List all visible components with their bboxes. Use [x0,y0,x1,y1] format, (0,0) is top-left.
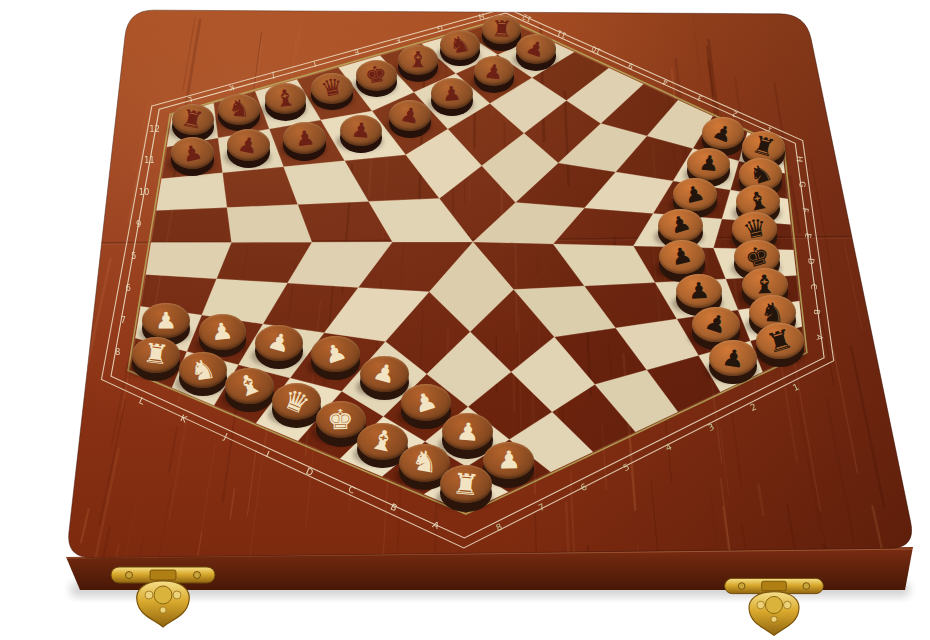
black-P-glyph: ♟ [687,279,710,302]
piece-red-P-G2[interactable]: ♟ [474,56,515,99]
disc-top: ♝ [265,83,307,114]
white-P-glyph: ♟ [210,319,235,344]
white-B-glyph: ♝ [232,368,266,403]
piece-red-P-J2[interactable]: ♟ [283,122,326,166]
disc-top: ♟ [516,34,556,64]
white-R-glyph: ♜ [451,469,481,500]
piece-red-P-F2[interactable]: ♟ [431,78,473,121]
red-P-glyph: ♟ [524,37,548,61]
red-B-glyph: ♝ [273,86,298,112]
piece-white-N-K1[interactable]: ♞ [179,352,228,403]
white-P-glyph: ♟ [265,329,293,357]
piece-red-K-E1[interactable]: ♚ [356,60,397,103]
disc-top: ♟ [702,117,745,149]
piece-white-Q-I1[interactable]: ♛ [272,383,322,435]
red-B-glyph: ♝ [407,49,429,72]
disc-top: ♟ [676,274,723,309]
piece-white-B-J1[interactable]: ♝ [225,368,274,419]
black-P-glyph: ♟ [720,345,746,371]
disc-top: ♟ [687,148,730,180]
disc-top: ♟ [283,122,326,154]
black-P-glyph: ♟ [682,182,707,207]
white-P-glyph: ♟ [155,309,177,332]
disc-top: ♜ [172,104,214,135]
white-P-glyph: ♟ [455,419,480,445]
disc-top: ♟ [431,78,473,109]
disc-top: ♜ [132,337,180,373]
red-N-glyph: ♞ [227,97,251,122]
red-P-glyph: ♟ [399,104,422,127]
white-P-glyph: ♟ [370,360,398,389]
red-R-glyph: ♜ [490,18,512,41]
red-R-glyph: ♜ [179,106,206,133]
black-B-glyph: ♝ [752,271,778,298]
piece-red-Q-I1[interactable]: ♛ [311,73,352,116]
disc-top: ♟ [171,137,214,169]
scene: LKJIEFGH12111094321HGFEDCBA12345678ABCDI… [0,0,930,640]
disc-top: ♜ [756,323,804,359]
piece-red-P-L2[interactable]: ♟ [171,137,214,182]
disc-top: ♞ [218,94,260,125]
disc-top: ♟ [673,178,717,211]
red-N-glyph: ♞ [447,32,472,58]
white-P-glyph: ♟ [411,388,440,418]
clasp-right [725,578,824,635]
piece-red-P-I2[interactable]: ♟ [340,115,383,159]
red-P-glyph: ♟ [483,60,504,82]
black-P-glyph: ♟ [698,152,720,175]
black-P-glyph: ♟ [667,212,693,239]
disc-top: ♛ [272,383,322,420]
red-K-glyph: ♚ [363,63,388,89]
red-P-glyph: ♟ [350,119,371,141]
piece-white-P-I2[interactable]: ♟ [311,336,359,386]
piece-red-P-H2[interactable]: ♟ [516,34,556,76]
disc-top: ♟ [199,314,247,349]
cell-red-L4[interactable] [151,208,232,243]
black-R-glyph: ♜ [764,325,796,358]
piece-red-B-J1[interactable]: ♝ [265,83,307,126]
piece-white-R-A1[interactable]: ♜ [440,465,492,519]
white-R-glyph: ♜ [141,340,170,370]
disc-top: ♝ [225,368,274,404]
disc-top: ♟ [692,307,740,342]
cell-red-K4[interactable] [227,205,312,243]
white-N-glyph: ♞ [409,446,441,478]
disc-top: ♟ [659,240,705,274]
white-Q-glyph: ♛ [279,384,314,419]
disc-top: ♟ [255,325,303,361]
piece-black-P-A2[interactable]: ♟ [709,340,757,390]
red-P-glyph: ♟ [180,140,204,165]
black-P-glyph: ♟ [710,120,736,146]
black-P-glyph: ♟ [669,244,695,270]
disc-top: ♟ [227,129,270,161]
white-N-glyph: ♞ [188,355,218,385]
disc-top: ♟ [340,115,383,147]
white-K-glyph: ♚ [327,406,354,434]
disc-top: ♟ [389,100,431,131]
black-P-glyph: ♟ [702,310,730,339]
piece-red-P-E2[interactable]: ♟ [389,100,431,144]
white-P-glyph: ♟ [321,339,350,368]
red-P-glyph: ♟ [293,127,315,150]
red-P-glyph: ♟ [237,133,261,157]
disc-top: ♟ [658,209,703,242]
piece-black-R-A1[interactable]: ♜ [756,323,804,373]
disc-top: ♟ [311,336,359,372]
disc-top: ♛ [311,73,352,104]
red-Q-glyph: ♛ [319,75,345,102]
disc-top: ♚ [356,60,397,90]
piece-white-R-L1[interactable]: ♜ [132,337,180,387]
red-P-glyph: ♟ [442,83,463,104]
piece-red-P-K2[interactable]: ♟ [227,129,270,174]
white-B-glyph: ♝ [366,425,399,458]
white-P-glyph: ♟ [497,448,521,473]
